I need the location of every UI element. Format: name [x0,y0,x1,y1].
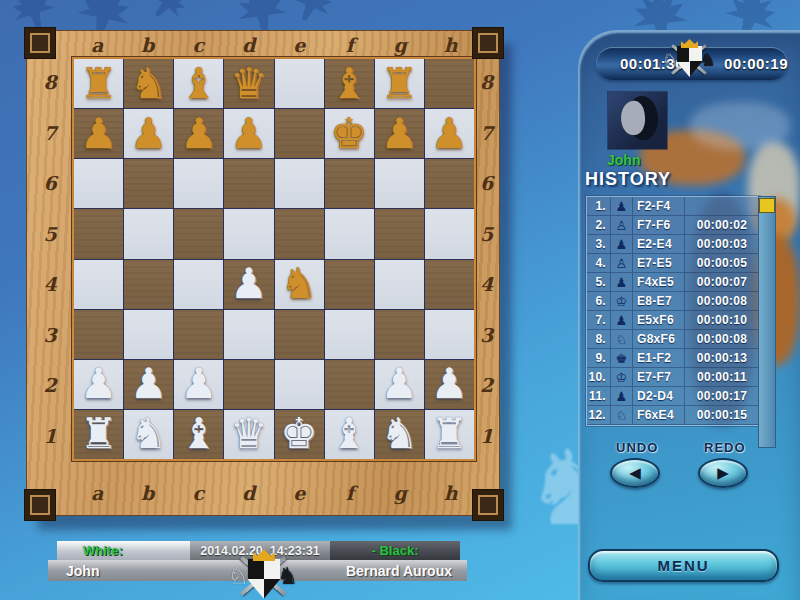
square-c5[interactable] [174,209,223,258]
move-notation: F2-F4 [633,197,685,216]
black-pawn-piece[interactable]: ♟ [230,113,268,155]
black-rook-piece[interactable]: ♜ [80,63,118,105]
menu-button[interactable]: MENU [588,549,779,582]
square-g3[interactable] [375,310,424,359]
rank-label: 1 [476,411,497,462]
file-label: h [426,34,477,56]
move-history-table: 1.♟F2-F42.♙F7-F600:00:023.♟E2-E400:00:03… [586,196,760,426]
move-number: 12. [587,406,611,425]
file-label: h [426,482,477,504]
move-notation: F7-F6 [633,216,685,235]
square-f2[interactable] [325,360,374,409]
move-number: 7. [587,311,611,330]
square-d5[interactable] [224,209,273,258]
black-player-name: Bernard Auroux [346,563,452,579]
square-f8[interactable]: ♝ [325,59,374,108]
square-g7[interactable]: ♟ [375,109,424,158]
history-title: HISTORY [585,169,671,190]
file-label: d [224,482,275,504]
move-time: 00:00:10 [685,311,759,330]
file-label: e [274,482,325,504]
move-notation: E7-E5 [633,254,685,273]
rank-label: 6 [476,158,497,209]
white-pawn-piece[interactable]: ♟ [380,363,418,405]
white-knight-icon: ♘ [662,51,678,69]
black-king-icon: ♔ [611,368,633,387]
square-b3[interactable] [124,310,173,359]
square-g6[interactable] [375,159,424,208]
black-knight-piece[interactable]: ♞ [130,63,168,105]
sidebar-panel: 00:01:30 00:00:19 ♘ ♞ John HISTORY 1.♟F2… [578,30,800,600]
rank-label: 4 [476,259,497,310]
square-c4[interactable] [174,260,223,309]
game-screen: ♞ abcdefgh abcdefgh 87654321 87654321 ♜♞… [0,0,800,600]
square-h8[interactable] [425,59,474,108]
move-number: 5. [587,273,611,292]
move-time: 00:00:02 [685,216,759,235]
rank-label: 7 [31,108,69,159]
square-d8[interactable]: ♛ [224,59,273,108]
square-h4[interactable] [425,260,474,309]
move-time: 00:00:08 [685,292,759,311]
move-time: 00:00:08 [685,330,759,349]
square-h5[interactable] [425,209,474,258]
file-label: a [72,34,123,56]
file-label: f [325,482,376,504]
rank-label: 7 [476,108,497,159]
square-b4[interactable] [124,260,173,309]
square-e5[interactable] [275,209,324,258]
move-notation: F6xE4 [633,406,685,425]
move-notation: E8-E7 [633,292,685,311]
rank-label: 2 [31,360,69,411]
background-piece-blur [690,102,790,150]
white-pawn-icon: ♟ [611,387,633,406]
file-label: a [72,482,123,504]
white-label-bar: White: [57,541,190,560]
move-notation: E1-F2 [633,349,685,368]
move-number: 6. [587,292,611,311]
square-d4[interactable]: ♟ [224,260,273,309]
move-time: 00:00:17 [685,387,759,406]
rank-label: 2 [476,360,497,411]
undo-label: UNDO [616,440,658,455]
file-labels-bottom: abcdefgh [72,479,476,507]
history-scrollbar[interactable] [758,196,776,448]
square-e7[interactable] [275,109,324,158]
redo-arrow-icon: ▶ [717,466,729,481]
black-pawn-piece[interactable]: ♟ [80,113,118,155]
redo-label: REDO [704,440,746,455]
square-d7[interactable]: ♟ [224,109,273,158]
square-h3[interactable] [425,310,474,359]
square-b2[interactable]: ♟ [124,360,173,409]
file-label: g [375,482,426,504]
file-labels-top: abcdefgh [72,33,476,57]
square-f7[interactable]: ♚ [325,109,374,158]
square-c8[interactable]: ♝ [174,59,223,108]
square-a1[interactable]: ♜ [74,410,123,459]
square-g8[interactable]: ♜ [375,59,424,108]
board-corner-ornament [24,27,56,59]
white-pawn-piece[interactable]: ♟ [431,363,469,405]
redo-button[interactable]: ▶ [698,458,748,488]
move-number: 8. [587,330,611,349]
white-knight-piece[interactable]: ♞ [130,413,168,455]
black-queen-piece[interactable]: ♛ [230,63,268,105]
move-number: 10. [587,368,611,387]
square-b7[interactable]: ♟ [124,109,173,158]
move-number: 9. [587,349,611,368]
square-g2[interactable]: ♟ [375,360,424,409]
move-number: 1. [587,197,611,216]
black-king-icon: ♔ [611,292,633,311]
rank-label: 6 [31,158,69,209]
board-corner-ornament [24,489,56,521]
square-d1[interactable]: ♛ [224,410,273,459]
rank-label: 3 [476,310,497,361]
black-pawn-piece[interactable]: ♟ [380,113,418,155]
chess-board: abcdefgh abcdefgh 87654321 87654321 ♜♞♝♛… [26,30,500,516]
rank-label: 3 [31,310,69,361]
square-b5[interactable] [124,209,173,258]
square-c6[interactable] [174,159,223,208]
move-number: 4. [587,254,611,273]
black-label-bar: - Black: [330,541,460,560]
white-pawn-icon: ♟ [611,235,633,254]
white-pawn-icon: ♟ [611,311,633,330]
square-e8[interactable] [275,59,324,108]
square-c7[interactable]: ♟ [174,109,223,158]
move-number: 3. [587,235,611,254]
square-f6[interactable] [325,159,374,208]
move-time: 00:00:11 [685,368,759,387]
square-d6[interactable] [224,159,273,208]
square-f1[interactable]: ♝ [325,410,374,459]
white-rook-piece[interactable]: ♜ [80,413,118,455]
white-bishop-piece[interactable]: ♝ [330,413,368,455]
white-label: White: [83,543,123,558]
player-avatar [608,92,667,149]
black-knight-piece[interactable]: ♞ [280,263,318,305]
white-pawn-piece[interactable]: ♟ [180,363,218,405]
white-knight-icon: ♘ [228,565,249,588]
rank-label: 8 [476,57,497,108]
square-a4[interactable] [74,260,123,309]
move-time: 00:00:15 [685,406,759,425]
square-f5[interactable] [325,209,374,258]
move-time [685,197,759,216]
square-h7[interactable]: ♟ [425,109,474,158]
history-scrollbar-thumb[interactable] [759,198,775,213]
black-timer: 00:00:19 [724,55,788,72]
square-d2[interactable] [224,360,273,409]
file-label: c [173,482,224,504]
file-label: b [123,34,174,56]
black-pawn-piece[interactable]: ♟ [180,113,218,155]
white-knight-piece[interactable]: ♞ [380,413,418,455]
checkered-shield-icon [248,558,281,598]
move-notation: E7-F7 [633,368,685,387]
rank-label: 5 [476,209,497,260]
white-bishop-piece[interactable]: ♝ [180,413,218,455]
white-pawn-piece[interactable]: ♟ [230,263,268,305]
black-pawn-icon: ♙ [611,254,633,273]
square-a3[interactable] [74,310,123,359]
white-pawn-piece[interactable]: ♟ [80,363,118,405]
square-f3[interactable] [325,310,374,359]
square-a6[interactable] [74,159,123,208]
square-c1[interactable]: ♝ [174,410,223,459]
file-label: g [375,34,426,56]
move-notation: G8xF6 [633,330,685,349]
square-h1[interactable]: ♜ [425,410,474,459]
rank-label: 1 [31,411,69,462]
move-time: 00:00:03 [685,235,759,254]
square-d3[interactable] [224,310,273,359]
black-knight-icon: ♘ [611,330,633,349]
square-b1[interactable]: ♞ [124,410,173,459]
rank-label: 8 [31,57,69,108]
rank-label: 5 [31,209,69,260]
chess-crest-icon: ♘ ♞ [232,548,294,600]
move-number: 11. [587,387,611,406]
rank-labels-left: 87654321 [31,57,69,461]
square-h6[interactable] [425,159,474,208]
move-time: 00:00:13 [685,349,759,368]
board-corner-ornament [472,489,504,521]
white-king-icon: ♚ [611,349,633,368]
black-knight-icon: ♞ [277,565,298,588]
white-pawn-icon: ♟ [611,197,633,216]
crown-icon [681,39,698,48]
black-king-piece[interactable]: ♚ [330,113,368,155]
file-label: c [173,34,224,56]
black-pawn-icon: ♙ [611,216,633,235]
black-pawn-piece[interactable]: ♟ [130,113,168,155]
file-label: f [325,34,376,56]
black-bishop-piece[interactable]: ♝ [180,63,218,105]
square-c2[interactable]: ♟ [174,360,223,409]
white-king-piece[interactable]: ♚ [280,413,318,455]
move-number: 2. [587,216,611,235]
undo-button[interactable]: ◀ [610,458,660,488]
checkered-shield-icon [677,46,702,77]
square-e2[interactable] [275,360,324,409]
square-b8[interactable]: ♞ [124,59,173,108]
black-knight-icon: ♞ [700,51,716,69]
square-e4[interactable]: ♞ [275,260,324,309]
move-time: 00:00:07 [685,273,759,292]
black-bishop-piece[interactable]: ♝ [330,63,368,105]
white-pawn-icon: ♟ [611,273,633,292]
square-a7[interactable]: ♟ [74,109,123,158]
move-notation: E2-E4 [633,235,685,254]
square-b6[interactable] [124,159,173,208]
leaf-decoration [143,0,194,27]
square-g4[interactable] [375,260,424,309]
white-pawn-piece[interactable]: ♟ [130,363,168,405]
black-label: - Black: [372,543,419,558]
board-grid: ♜♞♝♛♝♜♟♟♟♟♚♟♟♟♞♟♟♟♟♟♜♞♝♛♚♝♞♜ [72,57,476,461]
move-notation: D2-D4 [633,387,685,406]
undo-arrow-icon: ◀ [629,466,641,481]
white-player-name: John [66,563,99,579]
black-rook-piece[interactable]: ♜ [380,63,418,105]
current-player-name: John [607,152,640,168]
crown-icon [253,549,275,561]
square-g5[interactable] [375,209,424,258]
square-a5[interactable] [74,209,123,258]
square-e6[interactable] [275,159,324,208]
move-time: 00:00:05 [685,254,759,273]
file-label: b [123,482,174,504]
square-a2[interactable]: ♟ [74,360,123,409]
move-notation: E5xF6 [633,311,685,330]
white-queen-piece[interactable]: ♛ [230,413,268,455]
square-g1[interactable]: ♞ [375,410,424,459]
black-knight-icon: ♘ [611,406,633,425]
file-label: e [274,34,325,56]
rank-labels-right: 87654321 [476,57,497,461]
square-c3[interactable] [174,310,223,359]
move-notation: F4xE5 [633,273,685,292]
leaf-decoration [286,0,339,28]
square-f4[interactable] [325,260,374,309]
chess-crest-icon: ♘ ♞ [665,38,713,84]
rank-label: 4 [31,259,69,310]
square-e1[interactable]: ♚ [275,410,324,459]
board-corner-ornament [472,27,504,59]
square-e3[interactable] [275,310,324,359]
square-a8[interactable]: ♜ [74,59,123,108]
file-label: d [224,34,275,56]
black-pawn-piece[interactable]: ♟ [431,113,469,155]
square-h2[interactable]: ♟ [425,360,474,409]
white-rook-piece[interactable]: ♜ [431,413,469,455]
